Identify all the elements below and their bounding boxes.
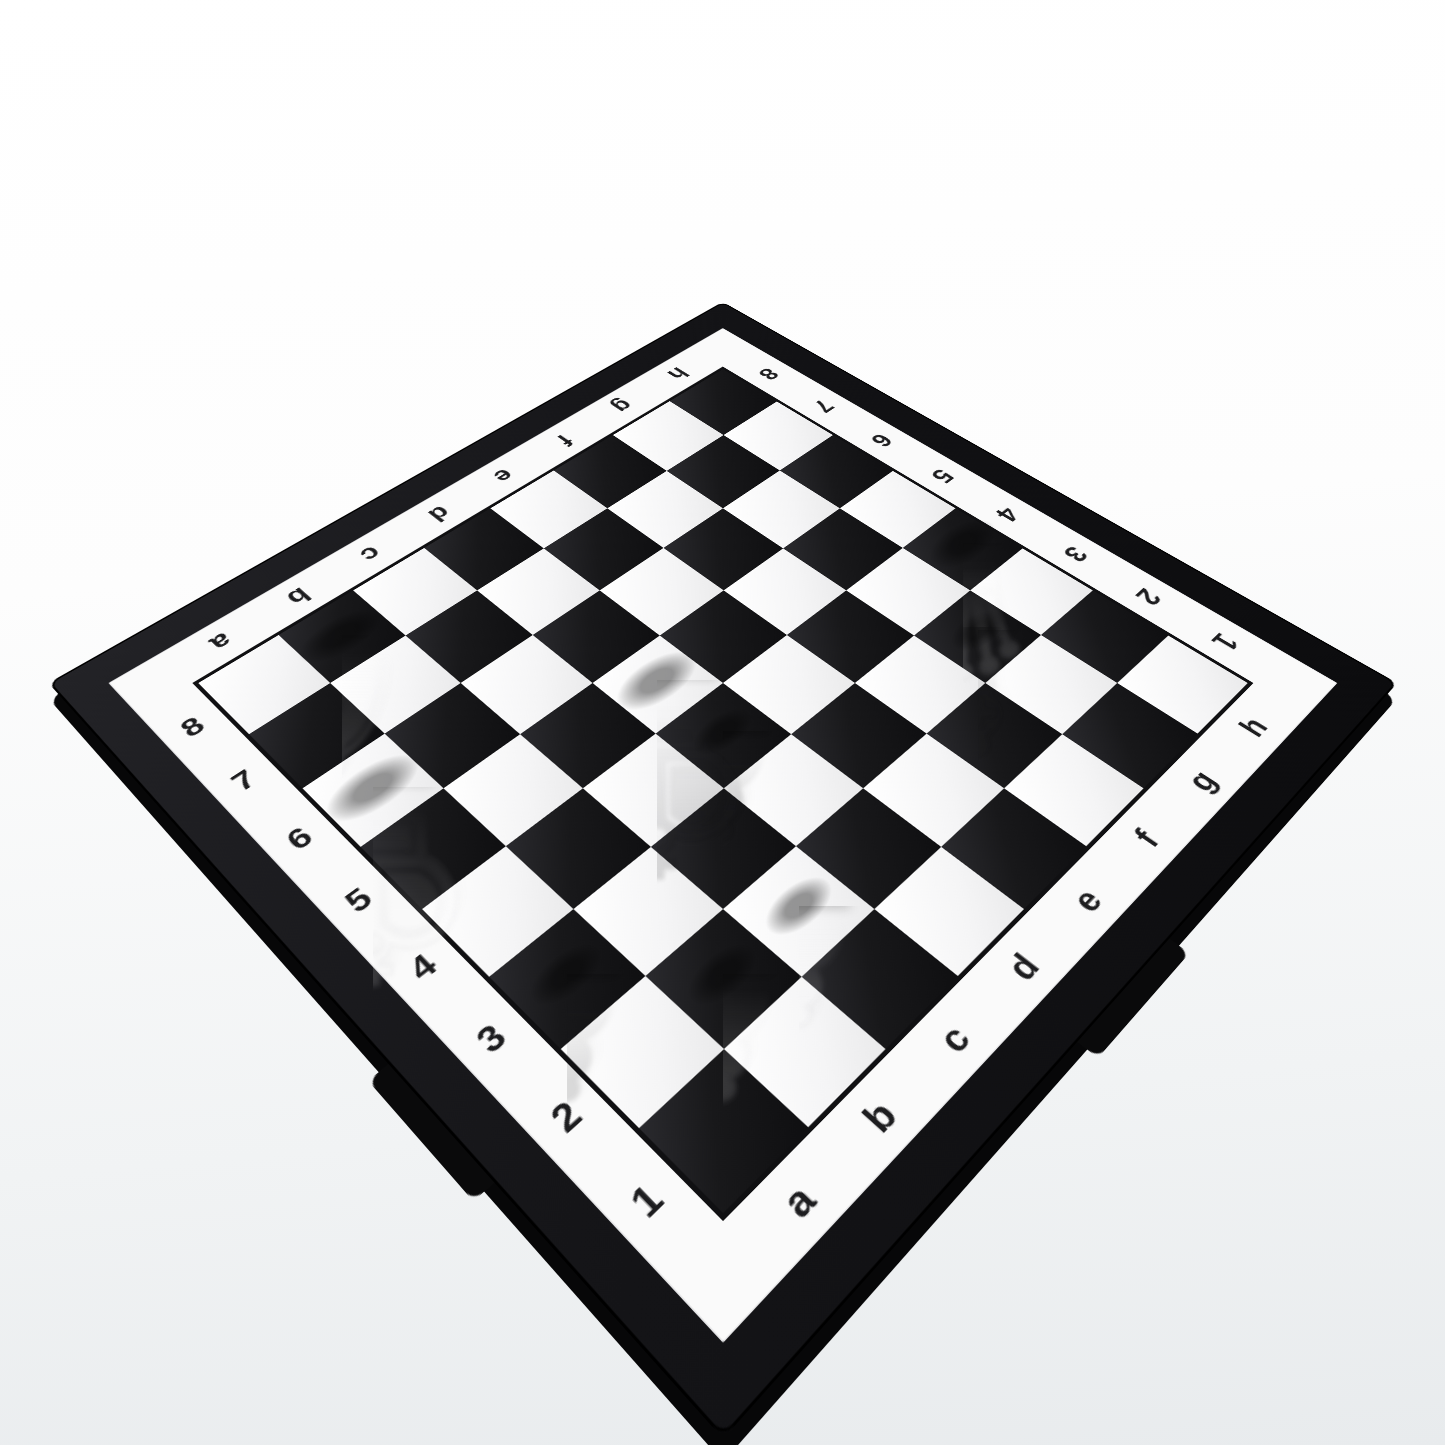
black-pawn-icon: ♟ <box>663 610 783 744</box>
pieces-layer: ♞♞♚♚♟♟♚♚♟♟♟♟♟♟♝♝♛♛ <box>198 369 1247 1213</box>
scene: abcdefgh abcdefgh 87654321 87654321 ♞♞♚♚… <box>0 0 1445 1445</box>
black-pawn-icon: ♟ <box>497 835 635 989</box>
chessboard: abcdefgh abcdefgh 87654321 87654321 ♞♞♚♚… <box>48 301 1397 1438</box>
black-bishop-icon: ♝ <box>908 491 1046 645</box>
white-king-icon: ♚ <box>265 573 478 811</box>
white-pawn-icon: ♟ <box>654 836 790 988</box>
